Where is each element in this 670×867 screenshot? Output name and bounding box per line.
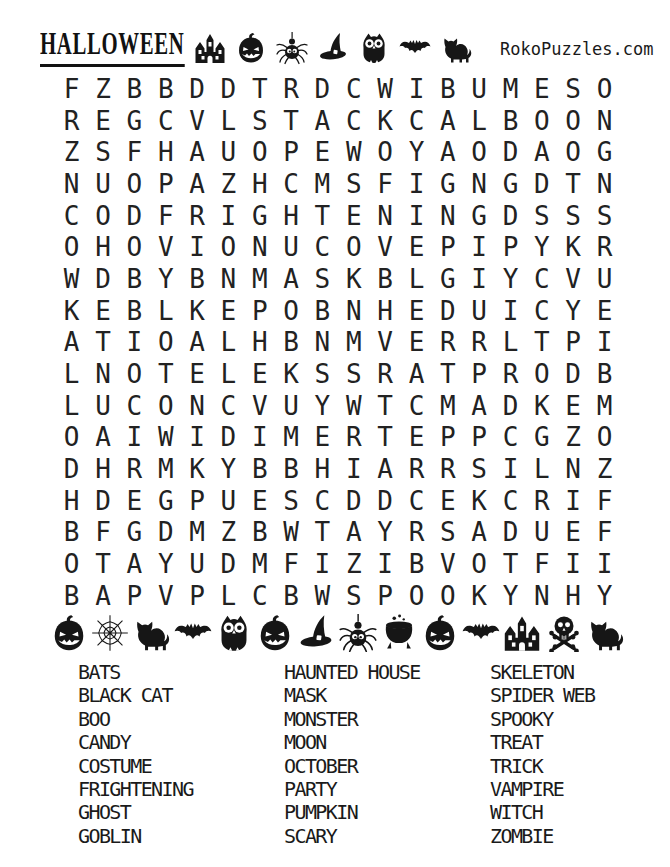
grid-cell-r17c4[interactable]: V [150,580,181,612]
grid-cell-r9c6[interactable]: L [213,327,244,359]
grid-cell-r6c4[interactable]: V [150,231,181,263]
grid-cell-r7c5[interactable]: B [181,263,212,295]
grid-cell-r10c14[interactable]: P [463,358,494,390]
grid-cell-r1c16[interactable]: E [526,73,557,105]
grid-cell-r11c16[interactable]: K [526,390,557,422]
grid-cell-r3c8[interactable]: P [275,136,306,168]
grid-cell-r1c9[interactable]: D [307,73,338,105]
grid-cell-r6c17[interactable]: K [558,231,589,263]
grid-cell-r10c15[interactable]: R [495,358,526,390]
grid-cell-r6c12[interactable]: E [401,231,432,263]
grid-cell-r12c7[interactable]: I [244,422,275,454]
grid-cell-r9c12[interactable]: E [401,327,432,359]
grid-cell-r9c3[interactable]: I [119,327,150,359]
grid-cell-r7c17[interactable]: V [558,263,589,295]
grid-cell-r5c13[interactable]: N [432,200,463,232]
grid-cell-r10c1[interactable]: L [56,358,87,390]
grid-cell-r14c7[interactable]: E [244,485,275,517]
grid-cell-r2c7[interactable]: S [244,105,275,137]
grid-cell-r14c9[interactable]: C [307,485,338,517]
grid-cell-r15c2[interactable]: F [87,517,118,549]
grid-cell-r8c7[interactable]: P [244,295,275,327]
grid-cell-r7c14[interactable]: I [463,263,494,295]
grid-cell-r8c10[interactable]: N [338,295,369,327]
grid-cell-r15c1[interactable]: B [56,517,87,549]
grid-cell-r5c17[interactable]: S [558,200,589,232]
grid-cell-r1c10[interactable]: C [338,73,369,105]
grid-cell-r11c6[interactable]: C [213,390,244,422]
grid-cell-r17c15[interactable]: Y [495,580,526,612]
grid-cell-r4c14[interactable]: N [463,168,494,200]
grid-cell-r9c4[interactable]: O [150,327,181,359]
grid-cell-r9c8[interactable]: B [275,327,306,359]
grid-cell-r13c16[interactable]: L [526,453,557,485]
grid-cell-r15c4[interactable]: D [150,517,181,549]
grid-cell-r13c11[interactable]: A [369,453,400,485]
grid-cell-r14c2[interactable]: D [87,485,118,517]
grid-cell-r10c12[interactable]: A [401,358,432,390]
grid-cell-r5c14[interactable]: G [463,200,494,232]
grid-cell-r10c5[interactable]: E [181,358,212,390]
grid-cell-r2c11[interactable]: K [369,105,400,137]
grid-cell-r16c11[interactable]: I [369,548,400,580]
grid-cell-r10c10[interactable]: S [338,358,369,390]
grid-cell-r2c13[interactable]: A [432,105,463,137]
grid-cell-r17c17[interactable]: H [558,580,589,612]
grid-cell-r1c4[interactable]: B [150,73,181,105]
grid-cell-r12c2[interactable]: A [87,422,118,454]
grid-cell-r9c17[interactable]: P [558,327,589,359]
grid-cell-r13c4[interactable]: M [150,453,181,485]
grid-cell-r12c4[interactable]: W [150,422,181,454]
grid-cell-r12c15[interactable]: C [495,422,526,454]
grid-cell-r8c16[interactable]: C [526,295,557,327]
grid-cell-r9c7[interactable]: H [244,327,275,359]
grid-cell-r15c15[interactable]: D [495,517,526,549]
grid-cell-r16c18[interactable]: I [589,548,620,580]
grid-cell-r17c9[interactable]: W [307,580,338,612]
grid-cell-r9c9[interactable]: N [307,327,338,359]
grid-cell-r4c16[interactable]: D [526,168,557,200]
grid-cell-r7c2[interactable]: D [87,263,118,295]
grid-cell-r6c1[interactable]: O [56,231,87,263]
grid-cell-r10c18[interactable]: B [589,358,620,390]
grid-cell-r11c3[interactable]: C [119,390,150,422]
grid-cell-r6c13[interactable]: P [432,231,463,263]
grid-cell-r11c17[interactable]: E [558,390,589,422]
grid-cell-r2c14[interactable]: L [463,105,494,137]
grid-cell-r16c8[interactable]: F [275,548,306,580]
grid-cell-r13c9[interactable]: H [307,453,338,485]
grid-cell-r6c3[interactable]: O [119,231,150,263]
grid-cell-r7c10[interactable]: K [338,263,369,295]
grid-cell-r5c18[interactable]: S [589,200,620,232]
grid-cell-r14c4[interactable]: G [150,485,181,517]
grid-cell-r13c1[interactable]: D [56,453,87,485]
grid-cell-r5c7[interactable]: G [244,200,275,232]
grid-cell-r11c5[interactable]: N [181,390,212,422]
grid-cell-r2c1[interactable]: R [56,105,87,137]
grid-cell-r5c8[interactable]: H [275,200,306,232]
grid-cell-r3c6[interactable]: U [213,136,244,168]
grid-cell-r8c1[interactable]: K [56,295,87,327]
grid-cell-r6c8[interactable]: U [275,231,306,263]
grid-cell-r9c1[interactable]: A [56,327,87,359]
grid-cell-r16c16[interactable]: F [526,548,557,580]
grid-cell-r1c13[interactable]: B [432,73,463,105]
grid-cell-r14c13[interactable]: E [432,485,463,517]
grid-cell-r2c8[interactable]: T [275,105,306,137]
grid-cell-r12c11[interactable]: T [369,422,400,454]
grid-cell-r15c18[interactable]: F [589,517,620,549]
grid-cell-r11c2[interactable]: U [87,390,118,422]
grid-cell-r11c4[interactable]: O [150,390,181,422]
grid-cell-r14c11[interactable]: D [369,485,400,517]
grid-cell-r10c16[interactable]: O [526,358,557,390]
grid-cell-r7c12[interactable]: L [401,263,432,295]
grid-cell-r4c10[interactable]: S [338,168,369,200]
grid-cell-r3c15[interactable]: D [495,136,526,168]
grid-cell-r7c15[interactable]: Y [495,263,526,295]
grid-cell-r7c13[interactable]: G [432,263,463,295]
grid-cell-r16c9[interactable]: I [307,548,338,580]
grid-cell-r8c5[interactable]: K [181,295,212,327]
grid-cell-r1c17[interactable]: S [558,73,589,105]
grid-cell-r13c8[interactable]: B [275,453,306,485]
grid-cell-r6c5[interactable]: I [181,231,212,263]
grid-cell-r5c15[interactable]: D [495,200,526,232]
grid-cell-r10c9[interactable]: S [307,358,338,390]
grid-cell-r9c18[interactable]: I [589,327,620,359]
grid-cell-r15c8[interactable]: W [275,517,306,549]
grid-cell-r7c18[interactable]: U [589,263,620,295]
grid-cell-r4c12[interactable]: I [401,168,432,200]
grid-cell-r12c14[interactable]: P [463,422,494,454]
grid-cell-r17c10[interactable]: S [338,580,369,612]
grid-cell-r4c1[interactable]: N [56,168,87,200]
grid-cell-r11c13[interactable]: M [432,390,463,422]
grid-cell-r17c16[interactable]: N [526,580,557,612]
grid-cell-r12c6[interactable]: D [213,422,244,454]
grid-cell-r11c1[interactable]: L [56,390,87,422]
grid-cell-r13c3[interactable]: R [119,453,150,485]
grid-cell-r8c11[interactable]: H [369,295,400,327]
grid-cell-r17c5[interactable]: P [181,580,212,612]
grid-cell-r13c6[interactable]: Y [213,453,244,485]
grid-cell-r4c11[interactable]: F [369,168,400,200]
grid-cell-r4c8[interactable]: C [275,168,306,200]
grid-cell-r16c5[interactable]: U [181,548,212,580]
grid-cell-r15c6[interactable]: Z [213,517,244,549]
grid-cell-r2c16[interactable]: O [526,105,557,137]
grid-cell-r14c18[interactable]: F [589,485,620,517]
grid-cell-r3c7[interactable]: O [244,136,275,168]
grid-cell-r14c5[interactable]: P [181,485,212,517]
grid-cell-r4c7[interactable]: H [244,168,275,200]
grid-cell-r8c18[interactable]: E [589,295,620,327]
grid-cell-r15c7[interactable]: B [244,517,275,549]
grid-cell-r12c12[interactable]: E [401,422,432,454]
grid-cell-r1c14[interactable]: U [463,73,494,105]
grid-cell-r9c16[interactable]: T [526,327,557,359]
grid-cell-r4c18[interactable]: N [589,168,620,200]
grid-cell-r13c17[interactable]: N [558,453,589,485]
grid-cell-r13c15[interactable]: I [495,453,526,485]
grid-cell-r3c12[interactable]: Y [401,136,432,168]
grid-cell-r16c13[interactable]: V [432,548,463,580]
grid-cell-r10c7[interactable]: E [244,358,275,390]
grid-cell-r5c12[interactable]: I [401,200,432,232]
grid-cell-r15c9[interactable]: T [307,517,338,549]
grid-cell-r4c2[interactable]: U [87,168,118,200]
grid-cell-r15c3[interactable]: G [119,517,150,549]
grid-cell-r14c14[interactable]: K [463,485,494,517]
grid-cell-r8c6[interactable]: E [213,295,244,327]
grid-cell-r12c18[interactable]: O [589,422,620,454]
grid-cell-r11c9[interactable]: Y [307,390,338,422]
grid-cell-r4c9[interactable]: M [307,168,338,200]
grid-cell-r8c8[interactable]: O [275,295,306,327]
grid-cell-r2c15[interactable]: B [495,105,526,137]
grid-cell-r2c6[interactable]: L [213,105,244,137]
grid-cell-r7c3[interactable]: B [119,263,150,295]
grid-cell-r10c2[interactable]: N [87,358,118,390]
grid-cell-r8c9[interactable]: B [307,295,338,327]
grid-cell-r15c5[interactable]: M [181,517,212,549]
grid-cell-r1c3[interactable]: B [119,73,150,105]
grid-cell-r6c14[interactable]: I [463,231,494,263]
grid-cell-r10c11[interactable]: R [369,358,400,390]
grid-cell-r11c7[interactable]: V [244,390,275,422]
grid-cell-r6c15[interactable]: P [495,231,526,263]
grid-cell-r6c11[interactable]: V [369,231,400,263]
grid-cell-r2c2[interactable]: E [87,105,118,137]
grid-cell-r1c18[interactable]: O [589,73,620,105]
grid-cell-r15c12[interactable]: R [401,517,432,549]
grid-cell-r8c12[interactable]: E [401,295,432,327]
grid-cell-r9c13[interactable]: R [432,327,463,359]
grid-cell-r3c1[interactable]: Z [56,136,87,168]
grid-cell-r16c12[interactable]: B [401,548,432,580]
grid-cell-r13c2[interactable]: H [87,453,118,485]
grid-cell-r6c9[interactable]: C [307,231,338,263]
grid-cell-r1c12[interactable]: I [401,73,432,105]
grid-cell-r9c11[interactable]: V [369,327,400,359]
grid-cell-r4c15[interactable]: G [495,168,526,200]
grid-cell-r17c1[interactable]: B [56,580,87,612]
grid-cell-r1c5[interactable]: D [181,73,212,105]
grid-cell-r17c7[interactable]: C [244,580,275,612]
grid-cell-r14c10[interactable]: D [338,485,369,517]
grid-cell-r8c2[interactable]: E [87,295,118,327]
grid-cell-r13c7[interactable]: B [244,453,275,485]
grid-cell-r7c7[interactable]: M [244,263,275,295]
grid-cell-r2c3[interactable]: G [119,105,150,137]
grid-cell-r2c9[interactable]: A [307,105,338,137]
grid-cell-r15c13[interactable]: S [432,517,463,549]
grid-cell-r1c11[interactable]: W [369,73,400,105]
grid-cell-r13c12[interactable]: R [401,453,432,485]
grid-cell-r8c15[interactable]: I [495,295,526,327]
grid-cell-r10c4[interactable]: T [150,358,181,390]
grid-cell-r17c11[interactable]: P [369,580,400,612]
grid-cell-r3c2[interactable]: S [87,136,118,168]
grid-cell-r9c10[interactable]: M [338,327,369,359]
grid-cell-r17c6[interactable]: L [213,580,244,612]
grid-cell-r9c2[interactable]: T [87,327,118,359]
grid-cell-r10c8[interactable]: K [275,358,306,390]
grid-cell-r10c6[interactable]: L [213,358,244,390]
grid-cell-r7c9[interactable]: S [307,263,338,295]
grid-cell-r5c1[interactable]: C [56,200,87,232]
grid-cell-r13c13[interactable]: R [432,453,463,485]
grid-cell-r6c16[interactable]: Y [526,231,557,263]
grid-cell-r16c3[interactable]: A [119,548,150,580]
grid-cell-r3c13[interactable]: A [432,136,463,168]
grid-cell-r14c12[interactable]: C [401,485,432,517]
grid-cell-r12c8[interactable]: M [275,422,306,454]
grid-cell-r11c11[interactable]: T [369,390,400,422]
grid-cell-r4c4[interactable]: P [150,168,181,200]
grid-cell-r17c14[interactable]: K [463,580,494,612]
grid-cell-r16c2[interactable]: T [87,548,118,580]
grid-cell-r5c3[interactable]: D [119,200,150,232]
grid-cell-r3c18[interactable]: G [589,136,620,168]
grid-cell-r5c11[interactable]: N [369,200,400,232]
grid-cell-r2c5[interactable]: V [181,105,212,137]
grid-cell-r16c1[interactable]: O [56,548,87,580]
grid-cell-r3c9[interactable]: E [307,136,338,168]
grid-cell-r11c8[interactable]: U [275,390,306,422]
grid-cell-r8c13[interactable]: D [432,295,463,327]
grid-cell-r8c4[interactable]: L [150,295,181,327]
grid-cell-r12c13[interactable]: P [432,422,463,454]
grid-cell-r4c17[interactable]: T [558,168,589,200]
grid-cell-r17c8[interactable]: B [275,580,306,612]
grid-cell-r11c14[interactable]: A [463,390,494,422]
grid-cell-r6c18[interactable]: R [589,231,620,263]
grid-cell-r12c16[interactable]: G [526,422,557,454]
grid-cell-r3c10[interactable]: W [338,136,369,168]
grid-cell-r3c11[interactable]: O [369,136,400,168]
grid-cell-r4c5[interactable]: A [181,168,212,200]
grid-cell-r14c15[interactable]: C [495,485,526,517]
grid-cell-r5c10[interactable]: E [338,200,369,232]
grid-cell-r5c4[interactable]: F [150,200,181,232]
grid-cell-r2c12[interactable]: C [401,105,432,137]
grid-cell-r6c6[interactable]: O [213,231,244,263]
grid-cell-r1c15[interactable]: M [495,73,526,105]
grid-cell-r16c14[interactable]: O [463,548,494,580]
grid-cell-r3c5[interactable]: A [181,136,212,168]
grid-cell-r5c9[interactable]: T [307,200,338,232]
grid-cell-r4c13[interactable]: G [432,168,463,200]
grid-cell-r6c10[interactable]: O [338,231,369,263]
grid-cell-r14c6[interactable]: U [213,485,244,517]
grid-cell-r8c17[interactable]: Y [558,295,589,327]
grid-cell-r12c3[interactable]: I [119,422,150,454]
grid-cell-r14c8[interactable]: S [275,485,306,517]
grid-cell-r14c16[interactable]: R [526,485,557,517]
grid-cell-r8c14[interactable]: U [463,295,494,327]
grid-cell-r9c5[interactable]: A [181,327,212,359]
grid-cell-r13c14[interactable]: S [463,453,494,485]
grid-cell-r17c3[interactable]: P [119,580,150,612]
grid-cell-r3c4[interactable]: H [150,136,181,168]
grid-cell-r10c13[interactable]: T [432,358,463,390]
grid-cell-r15c14[interactable]: A [463,517,494,549]
grid-cell-r10c17[interactable]: D [558,358,589,390]
grid-cell-r7c1[interactable]: W [56,263,87,295]
grid-cell-r3c17[interactable]: O [558,136,589,168]
grid-cell-r9c15[interactable]: L [495,327,526,359]
grid-cell-r16c6[interactable]: D [213,548,244,580]
grid-cell-r14c17[interactable]: I [558,485,589,517]
grid-cell-r1c1[interactable]: F [56,73,87,105]
grid-cell-r17c18[interactable]: Y [589,580,620,612]
grid-cell-r1c2[interactable]: Z [87,73,118,105]
grid-cell-r2c18[interactable]: N [589,105,620,137]
grid-cell-r9c14[interactable]: R [463,327,494,359]
grid-cell-r2c4[interactable]: C [150,105,181,137]
grid-cell-r13c10[interactable]: I [338,453,369,485]
grid-cell-r6c7[interactable]: N [244,231,275,263]
grid-cell-r16c10[interactable]: Z [338,548,369,580]
grid-cell-r2c10[interactable]: C [338,105,369,137]
grid-cell-r8c3[interactable]: B [119,295,150,327]
grid-cell-r15c10[interactable]: A [338,517,369,549]
grid-cell-r17c2[interactable]: A [87,580,118,612]
grid-cell-r3c16[interactable]: A [526,136,557,168]
grid-cell-r16c4[interactable]: Y [150,548,181,580]
grid-cell-r13c5[interactable]: K [181,453,212,485]
grid-cell-r17c13[interactable]: O [432,580,463,612]
grid-cell-r15c11[interactable]: Y [369,517,400,549]
grid-cell-r6c2[interactable]: H [87,231,118,263]
grid-cell-r7c11[interactable]: B [369,263,400,295]
grid-cell-r17c12[interactable]: O [401,580,432,612]
grid-cell-r2c17[interactable]: O [558,105,589,137]
grid-cell-r5c5[interactable]: R [181,200,212,232]
grid-cell-r11c12[interactable]: C [401,390,432,422]
grid-cell-r5c16[interactable]: S [526,200,557,232]
grid-cell-r16c15[interactable]: T [495,548,526,580]
grid-cell-r14c1[interactable]: H [56,485,87,517]
grid-cell-r7c4[interactable]: Y [150,263,181,295]
grid-cell-r7c6[interactable]: N [213,263,244,295]
grid-cell-r7c16[interactable]: C [526,263,557,295]
grid-cell-r16c7[interactable]: M [244,548,275,580]
grid-cell-r5c2[interactable]: O [87,200,118,232]
grid-cell-r5c6[interactable]: I [213,200,244,232]
grid-cell-r1c6[interactable]: D [213,73,244,105]
grid-cell-r14c3[interactable]: E [119,485,150,517]
grid-cell-r1c8[interactable]: R [275,73,306,105]
grid-cell-r16c17[interactable]: I [558,548,589,580]
grid-cell-r3c14[interactable]: O [463,136,494,168]
grid-cell-r12c5[interactable]: I [181,422,212,454]
grid-cell-r12c17[interactable]: Z [558,422,589,454]
grid-cell-r7c8[interactable]: A [275,263,306,295]
grid-cell-r11c18[interactable]: M [589,390,620,422]
grid-cell-r12c10[interactable]: R [338,422,369,454]
grid-cell-r13c18[interactable]: Z [589,453,620,485]
grid-cell-r1c7[interactable]: T [244,73,275,105]
grid-cell-r12c1[interactable]: O [56,422,87,454]
grid-cell-r4c6[interactable]: Z [213,168,244,200]
grid-cell-r15c17[interactable]: E [558,517,589,549]
grid-cell-r15c16[interactable]: U [526,517,557,549]
